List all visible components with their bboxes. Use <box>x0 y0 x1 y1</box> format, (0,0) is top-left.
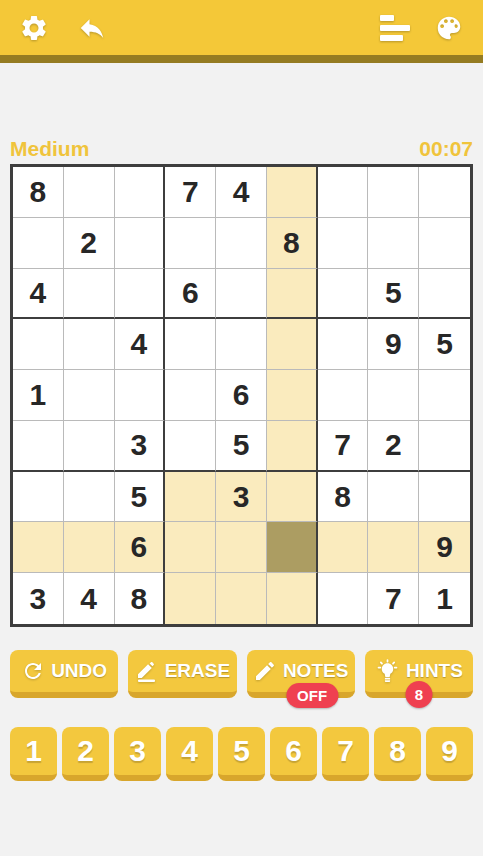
notes-button[interactable]: NOTES OFF <box>247 650 355 698</box>
numpad-button-8[interactable]: 8 <box>374 727 421 781</box>
cell-r6c3[interactable]: 3 <box>115 421 166 472</box>
cell-r3c8[interactable]: 5 <box>368 269 419 320</box>
erase-button[interactable]: ERASE <box>128 650 236 698</box>
hints-label: HINTS <box>406 660 463 682</box>
cell-r9c5[interactable] <box>216 573 267 624</box>
cell-r6c4[interactable] <box>165 421 216 472</box>
timer: 00:07 <box>419 137 473 161</box>
cell-r7c2[interactable] <box>64 472 115 523</box>
cell-r5c8[interactable] <box>368 370 419 421</box>
cell-r1c8[interactable] <box>368 167 419 218</box>
cell-r8c9[interactable]: 9 <box>419 522 470 573</box>
cell-r9c9[interactable]: 1 <box>419 573 470 624</box>
numpad-button-5[interactable]: 5 <box>218 727 265 781</box>
cell-r5c6[interactable] <box>267 370 318 421</box>
numpad-button-2[interactable]: 2 <box>62 727 109 781</box>
cell-r3c7[interactable] <box>318 269 369 320</box>
cell-r3c1[interactable]: 4 <box>13 269 64 320</box>
cell-r9c7[interactable] <box>318 573 369 624</box>
cell-r6c9[interactable] <box>419 421 470 472</box>
cell-r3c6[interactable] <box>267 269 318 320</box>
cell-r2c1[interactable] <box>13 218 64 269</box>
cell-r5c5[interactable]: 6 <box>216 370 267 421</box>
cell-r1c4[interactable]: 7 <box>165 167 216 218</box>
cell-r5c7[interactable] <box>318 370 369 421</box>
cell-r8c8[interactable] <box>368 522 419 573</box>
cell-r2c3[interactable] <box>115 218 166 269</box>
cell-r9c2[interactable]: 4 <box>64 573 115 624</box>
cell-r3c2[interactable] <box>64 269 115 320</box>
toolbar: UNDO ERASE NOTES OFF HINTS 8 <box>10 650 473 698</box>
cell-r1c6[interactable] <box>267 167 318 218</box>
cell-r7c5[interactable]: 3 <box>216 472 267 523</box>
cell-r9c6[interactable] <box>267 573 318 624</box>
status-row: Medium 00:07 <box>10 137 473 162</box>
cell-r7c7[interactable]: 8 <box>318 472 369 523</box>
cell-r4c4[interactable] <box>165 319 216 370</box>
numpad-button-1[interactable]: 1 <box>10 727 57 781</box>
cell-r7c4[interactable] <box>165 472 216 523</box>
sudoku-board: 874284654951635725386934871 <box>10 164 473 627</box>
cell-r2c5[interactable] <box>216 218 267 269</box>
cell-r7c1[interactable] <box>13 472 64 523</box>
cell-r8c7[interactable] <box>318 522 369 573</box>
cell-r9c4[interactable] <box>165 573 216 624</box>
cell-r6c8[interactable]: 2 <box>368 421 419 472</box>
cell-r8c1[interactable] <box>13 522 64 573</box>
notes-off-badge: OFF <box>286 683 338 708</box>
cell-r6c2[interactable] <box>64 421 115 472</box>
erase-label: ERASE <box>165 660 230 682</box>
hints-icon <box>375 659 400 684</box>
cell-r8c4[interactable] <box>165 522 216 573</box>
erase-icon <box>135 659 159 683</box>
cell-r2c8[interactable] <box>368 218 419 269</box>
cell-r9c3[interactable]: 8 <box>115 573 166 624</box>
cell-r9c1[interactable]: 3 <box>13 573 64 624</box>
cell-r2c2[interactable]: 2 <box>64 218 115 269</box>
cell-r3c5[interactable] <box>216 269 267 320</box>
undo-icon <box>21 659 45 683</box>
cell-r4c1[interactable] <box>13 319 64 370</box>
cell-r2c9[interactable] <box>419 218 470 269</box>
settings-gear-icon[interactable] <box>12 6 56 50</box>
cell-r2c6[interactable]: 8 <box>267 218 318 269</box>
numpad-button-9[interactable]: 9 <box>426 727 473 781</box>
cell-r5c1[interactable]: 1 <box>13 370 64 421</box>
cell-r6c6[interactable] <box>267 421 318 472</box>
cell-r3c3[interactable] <box>115 269 166 320</box>
notes-label: NOTES <box>283 660 348 682</box>
cell-r8c3[interactable]: 6 <box>115 522 166 573</box>
cell-r6c7[interactable]: 7 <box>318 421 369 472</box>
numpad-button-3[interactable]: 3 <box>114 727 161 781</box>
cell-r2c7[interactable] <box>318 218 369 269</box>
cell-r4c3[interactable]: 4 <box>115 319 166 370</box>
cell-r5c4[interactable] <box>165 370 216 421</box>
cell-r5c3[interactable] <box>115 370 166 421</box>
notes-icon <box>253 659 277 683</box>
hints-button[interactable]: HINTS 8 <box>365 650 473 698</box>
stats-bars-icon[interactable] <box>373 6 417 50</box>
cell-r6c5[interactable]: 5 <box>216 421 267 472</box>
cell-r4c8[interactable]: 9 <box>368 319 419 370</box>
cell-r4c7[interactable] <box>318 319 369 370</box>
cell-r6c1[interactable] <box>13 421 64 472</box>
cell-r8c5[interactable] <box>216 522 267 573</box>
palette-icon[interactable] <box>427 6 471 50</box>
cell-r4c9[interactable]: 5 <box>419 319 470 370</box>
numpad: 123456789 <box>10 727 473 781</box>
difficulty-label: Medium <box>10 137 89 161</box>
cell-r4c5[interactable] <box>216 319 267 370</box>
cell-r9c8[interactable]: 7 <box>368 573 419 624</box>
cell-r1c1[interactable]: 8 <box>13 167 64 218</box>
numpad-button-7[interactable]: 7 <box>322 727 369 781</box>
cell-r2c4[interactable] <box>165 218 216 269</box>
cell-r8c6[interactable] <box>267 522 318 573</box>
cell-r4c2[interactable] <box>64 319 115 370</box>
cell-r5c9[interactable] <box>419 370 470 421</box>
cell-r8c2[interactable] <box>64 522 115 573</box>
cell-r1c5[interactable]: 4 <box>216 167 267 218</box>
cell-r1c7[interactable] <box>318 167 369 218</box>
numpad-button-6[interactable]: 6 <box>270 727 317 781</box>
cell-r4c6[interactable] <box>267 319 318 370</box>
cell-r3c4[interactable]: 6 <box>165 269 216 320</box>
undo-button[interactable]: UNDO <box>10 650 118 698</box>
back-arrow-icon[interactable] <box>70 6 114 50</box>
cell-r1c3[interactable] <box>115 167 166 218</box>
hints-count-badge: 8 <box>405 681 432 708</box>
cell-r7c3[interactable]: 5 <box>115 472 166 523</box>
app-bar <box>0 0 483 63</box>
cell-r3c9[interactable] <box>419 269 470 320</box>
undo-label: UNDO <box>51 660 107 682</box>
cell-r7c6[interactable] <box>267 472 318 523</box>
cell-r7c9[interactable] <box>419 472 470 523</box>
cell-r7c8[interactable] <box>368 472 419 523</box>
cell-r1c2[interactable] <box>64 167 115 218</box>
numpad-button-4[interactable]: 4 <box>166 727 213 781</box>
cell-r1c9[interactable] <box>419 167 470 218</box>
cell-r5c2[interactable] <box>64 370 115 421</box>
